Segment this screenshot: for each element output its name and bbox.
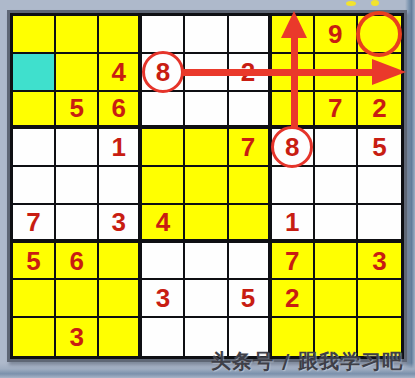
cell-r9c3[interactable] [99, 318, 142, 356]
cell-value: 8 [285, 134, 299, 160]
cell-r4c3[interactable]: 1 [99, 129, 142, 167]
cell-r8c5[interactable] [185, 280, 228, 318]
cell-r9c2[interactable]: 3 [56, 318, 99, 356]
right-arrow-shaft [182, 69, 374, 76]
cell-r5c2[interactable] [56, 167, 99, 205]
cell-r7c8[interactable] [315, 243, 358, 281]
cell-r4c1[interactable] [13, 129, 56, 167]
cell-r5c6[interactable] [229, 167, 272, 205]
cell-value: 5 [241, 285, 255, 311]
circle-annotation [356, 11, 402, 57]
cell-r7c4[interactable] [142, 243, 185, 281]
cell-r6c4[interactable]: 4 [142, 205, 185, 243]
cell-r1c6[interactable] [229, 16, 272, 54]
up-arrow-icon [281, 11, 307, 38]
cell-r7c3[interactable] [99, 243, 142, 281]
cell-r2c2[interactable] [56, 54, 99, 92]
cell-r7c6[interactable] [229, 243, 272, 281]
cell-value: 6 [69, 248, 83, 274]
cell-value: 7 [26, 209, 40, 235]
artifact-dot [371, 0, 379, 6]
cell-r3c2[interactable]: 5 [56, 92, 99, 130]
cell-r3c1[interactable] [13, 92, 56, 130]
cell-value: 4 [112, 59, 126, 85]
cell-r9c1[interactable] [13, 318, 56, 356]
cell-r5c3[interactable] [99, 167, 142, 205]
cell-r6c5[interactable] [185, 205, 228, 243]
sudoku-board: 948256721785734156733523 [10, 13, 404, 359]
cell-r6c1[interactable]: 7 [13, 205, 56, 243]
cell-r7c9[interactable]: 3 [358, 243, 401, 281]
cell-r6c7[interactable]: 1 [272, 205, 315, 243]
page: 948256721785734156733523 头条号 / 跟我学习吧 [0, 0, 415, 378]
cell-r5c5[interactable] [185, 167, 228, 205]
cell-r4c4[interactable] [142, 129, 185, 167]
cell-r1c3[interactable] [99, 16, 142, 54]
cell-r5c8[interactable] [315, 167, 358, 205]
cell-value: 3 [112, 209, 126, 235]
cell-r3c9[interactable]: 2 [358, 92, 401, 130]
cell-r4c5[interactable] [185, 129, 228, 167]
cell-r5c9[interactable] [358, 167, 401, 205]
cell-r4c7[interactable]: 8 [272, 129, 315, 167]
cell-r8c8[interactable] [315, 280, 358, 318]
cell-r3c3[interactable]: 6 [99, 92, 142, 130]
cell-value: 2 [372, 95, 386, 121]
artifact-dot [346, 1, 356, 6]
sudoku-board-frame: 948256721785734156733523 [7, 10, 407, 362]
cell-r6c6[interactable] [229, 205, 272, 243]
cell-r4c8[interactable] [315, 129, 358, 167]
cell-r1c2[interactable] [56, 16, 99, 54]
cell-value: 2 [285, 285, 299, 311]
cell-r8c7[interactable]: 2 [272, 280, 315, 318]
cell-r7c1[interactable]: 5 [13, 243, 56, 281]
cell-r3c6[interactable] [229, 92, 272, 130]
cell-r1c4[interactable] [142, 16, 185, 54]
cell-r5c1[interactable] [13, 167, 56, 205]
cell-r3c8[interactable]: 7 [315, 92, 358, 130]
cell-r5c4[interactable] [142, 167, 185, 205]
cell-value: 7 [285, 248, 299, 274]
cell-r8c2[interactable] [56, 280, 99, 318]
cell-value: 4 [156, 209, 170, 235]
cell-r1c5[interactable] [185, 16, 228, 54]
cell-r5c7[interactable] [272, 167, 315, 205]
cell-r6c8[interactable] [315, 205, 358, 243]
cell-r4c2[interactable] [56, 129, 99, 167]
cell-r7c7[interactable]: 7 [272, 243, 315, 281]
cell-r6c9[interactable] [358, 205, 401, 243]
cell-r2c1[interactable] [13, 54, 56, 92]
cell-value: 5 [69, 95, 83, 121]
cell-r3c5[interactable] [185, 92, 228, 130]
cell-value: 6 [112, 95, 126, 121]
right-arrow-icon [372, 59, 406, 85]
cell-value: 9 [328, 21, 342, 47]
cell-r4c9[interactable]: 5 [358, 129, 401, 167]
up-arrow-shaft [291, 34, 298, 128]
cell-r8c3[interactable] [99, 280, 142, 318]
cell-r1c9[interactable] [358, 16, 401, 54]
cell-r6c2[interactable] [56, 205, 99, 243]
cell-value: 5 [372, 134, 386, 160]
cell-value: 3 [156, 285, 170, 311]
cell-value: 7 [328, 95, 342, 121]
cell-r2c4[interactable]: 8 [142, 54, 185, 92]
cell-r9c4[interactable] [142, 318, 185, 356]
cell-r6c3[interactable]: 3 [99, 205, 142, 243]
cell-value: 5 [26, 248, 40, 274]
cell-r8c4[interactable]: 3 [142, 280, 185, 318]
cell-value: 3 [372, 248, 386, 274]
cell-r8c9[interactable] [358, 280, 401, 318]
cell-r2c3[interactable]: 4 [99, 54, 142, 92]
watermark: 头条号 / 跟我学习吧 [211, 348, 403, 375]
cell-r3c4[interactable] [142, 92, 185, 130]
cell-r8c1[interactable] [13, 280, 56, 318]
cell-value: 3 [69, 324, 83, 350]
cell-value: 1 [285, 209, 299, 235]
cell-value: 7 [241, 134, 255, 160]
cell-r1c8[interactable]: 9 [315, 16, 358, 54]
cell-value: 8 [156, 59, 170, 85]
cell-r7c5[interactable] [185, 243, 228, 281]
cell-value: 1 [112, 134, 126, 160]
cell-r7c2[interactable]: 6 [56, 243, 99, 281]
cell-r8c6[interactable]: 5 [229, 280, 272, 318]
cell-r4c6[interactable]: 7 [229, 129, 272, 167]
cell-r1c1[interactable] [13, 16, 56, 54]
